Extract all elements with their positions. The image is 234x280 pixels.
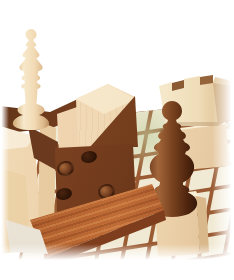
white-king-piece [9,28,53,132]
chess-photo [0,0,234,280]
photo-fade-bottom [0,244,234,280]
photo-fade-left [0,0,9,280]
board-square [132,64,158,87]
board-square [53,77,79,100]
photo-fade-right [212,0,234,280]
